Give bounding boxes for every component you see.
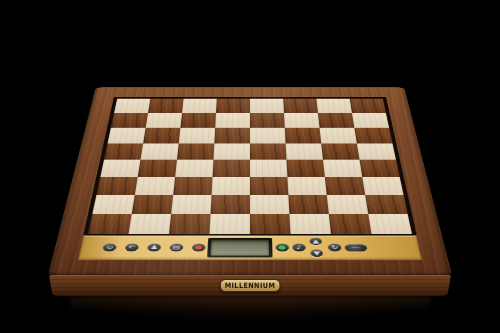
square[interactable] — [359, 160, 399, 177]
square[interactable] — [171, 195, 211, 214]
green-button[interactable]: ● — [275, 244, 289, 252]
square[interactable] — [325, 177, 365, 195]
square[interactable] — [357, 143, 396, 159]
hint-button[interactable]: ♟ — [147, 244, 161, 252]
square[interactable] — [135, 177, 175, 195]
square[interactable] — [169, 214, 211, 234]
square[interactable] — [318, 113, 354, 128]
arrow-down-icon: ▼ — [313, 251, 320, 256]
square[interactable] — [288, 195, 328, 214]
square[interactable] — [175, 160, 213, 177]
square[interactable] — [250, 143, 286, 159]
square[interactable] — [104, 143, 143, 159]
square[interactable] — [173, 177, 212, 195]
mode-button[interactable]: — — [344, 244, 367, 251]
square[interactable] — [88, 214, 132, 234]
square[interactable] — [138, 160, 177, 177]
square[interactable] — [216, 99, 250, 113]
square[interactable] — [215, 113, 250, 128]
square[interactable] — [214, 128, 250, 144]
arrow-up-icon: ▲ — [312, 239, 319, 244]
sound-button[interactable]: ♪ — [292, 244, 306, 252]
playing-area — [84, 97, 415, 236]
square[interactable] — [182, 99, 217, 113]
menu-button[interactable]: ▤ — [169, 244, 183, 252]
square[interactable] — [96, 177, 137, 195]
square[interactable] — [250, 195, 289, 214]
square[interactable] — [365, 195, 407, 214]
green-dot-icon: ● — [278, 245, 286, 250]
power-button[interactable]: ⊙ — [102, 244, 117, 252]
square[interactable] — [316, 99, 352, 113]
power-icon: ⊙ — [105, 245, 113, 250]
square[interactable] — [141, 143, 179, 159]
square[interactable] — [327, 195, 368, 214]
square[interactable] — [250, 113, 285, 128]
square[interactable] — [250, 214, 290, 234]
scene: ⊙ ↶ ♟ ▤ ● ● ♪ ▲ ▼ ↻ — — [0, 0, 500, 333]
square[interactable] — [180, 113, 216, 128]
square[interactable] — [284, 113, 320, 128]
square[interactable] — [148, 99, 184, 113]
lcd-display — [207, 238, 272, 258]
sound-icon: ♪ — [296, 245, 302, 250]
restart-icon: ↻ — [331, 245, 339, 250]
hint-icon: ♟ — [150, 245, 159, 250]
brand-plate-label: MILLENNIUM — [225, 281, 276, 290]
square[interactable] — [350, 99, 386, 113]
menu-icon: ▤ — [172, 245, 181, 250]
square[interactable] — [320, 128, 357, 144]
square[interactable] — [283, 99, 318, 113]
square[interactable] — [210, 214, 250, 234]
square[interactable] — [250, 99, 284, 113]
square[interactable] — [352, 113, 389, 128]
square[interactable] — [250, 128, 286, 144]
square[interactable] — [92, 195, 134, 214]
square[interactable] — [285, 128, 321, 144]
square[interactable] — [321, 143, 359, 159]
lcd-screen — [211, 240, 270, 256]
square[interactable] — [129, 214, 172, 234]
square[interactable] — [289, 214, 331, 234]
square[interactable] — [354, 128, 392, 144]
scroll-up-button[interactable]: ▲ — [309, 238, 322, 245]
square[interactable] — [250, 177, 288, 195]
square[interactable] — [286, 143, 323, 159]
restart-button[interactable]: ↻ — [328, 244, 342, 252]
square[interactable] — [213, 160, 250, 177]
takeback-icon: ↶ — [128, 245, 136, 250]
brand-plate: MILLENNIUM — [220, 279, 281, 292]
square[interactable] — [212, 177, 250, 195]
square[interactable] — [368, 214, 412, 234]
square[interactable] — [108, 128, 146, 144]
square[interactable] — [323, 160, 362, 177]
chess-board: ⊙ ↶ ♟ ▤ ● ● ♪ ▲ ▼ ↻ — — [48, 87, 453, 276]
square[interactable] — [250, 160, 287, 177]
square[interactable] — [211, 195, 250, 214]
square[interactable] — [111, 113, 148, 128]
takeback-button[interactable]: ↶ — [125, 244, 140, 252]
table-reflection — [70, 297, 430, 319]
red-button[interactable]: ● — [192, 244, 206, 252]
square[interactable] — [132, 195, 173, 214]
square[interactable] — [114, 99, 150, 113]
square[interactable] — [286, 160, 324, 177]
square[interactable] — [287, 177, 326, 195]
square[interactable] — [100, 160, 140, 177]
scroll-down-button[interactable]: ▼ — [310, 250, 323, 257]
mode-icon: — — [351, 245, 361, 250]
square[interactable] — [146, 113, 182, 128]
board-squares — [88, 99, 412, 234]
square[interactable] — [329, 214, 372, 234]
control-panel: ⊙ ↶ ♟ ▤ ● ● ♪ ▲ ▼ ↻ — — [79, 236, 421, 260]
square[interactable] — [143, 128, 180, 144]
square[interactable] — [214, 143, 250, 159]
red-dot-icon: ● — [195, 245, 203, 250]
square[interactable] — [179, 128, 215, 144]
board-front-face: MILLENNIUM — [49, 275, 451, 296]
square[interactable] — [177, 143, 214, 159]
square[interactable] — [362, 177, 403, 195]
